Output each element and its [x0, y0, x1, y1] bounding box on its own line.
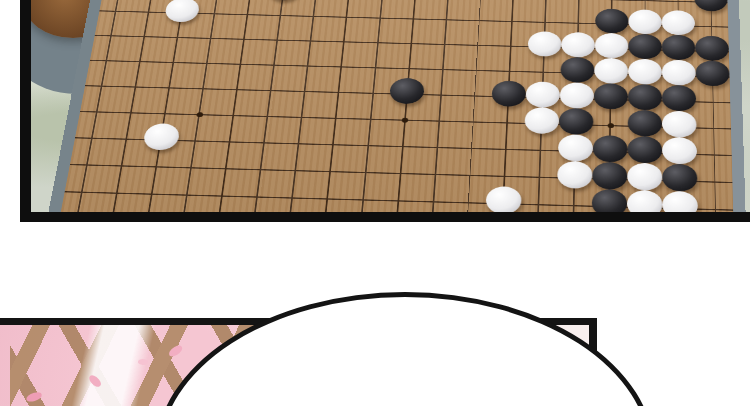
- stone-black: [695, 60, 729, 86]
- stone-black: [662, 164, 697, 192]
- stone-black: [694, 0, 727, 12]
- stone-white: [557, 161, 593, 189]
- comic-page: { "game": "go", "scene": { "type": "comi…: [0, 0, 750, 406]
- stone-white: [627, 163, 662, 191]
- stone-white: [627, 190, 662, 219]
- stone-black: [593, 135, 628, 163]
- stone-white: [164, 0, 201, 23]
- stone-black: [628, 110, 663, 137]
- star-point: [196, 112, 203, 117]
- stone-black: [592, 189, 628, 218]
- stone-white: [662, 191, 698, 220]
- stone-black: [491, 80, 526, 107]
- star-point: [607, 123, 613, 128]
- stone-black: [627, 136, 662, 164]
- stone-white: [628, 9, 661, 34]
- stone-white: [485, 186, 522, 215]
- stone-black: [266, 0, 302, 1]
- stone-white: [628, 59, 662, 85]
- stone-black: [595, 8, 628, 33]
- stone-white: [662, 111, 697, 138]
- stone-black: [559, 108, 594, 135]
- speech-bubble: [155, 292, 655, 406]
- stone-white: [662, 137, 697, 165]
- stone-white: [142, 123, 181, 150]
- stone-white: [561, 32, 595, 58]
- stone-black: [389, 78, 425, 105]
- board-grid: [28, 0, 738, 222]
- stone-white: [525, 81, 560, 108]
- stone-white: [524, 107, 559, 134]
- stone-black: [628, 34, 662, 60]
- stone-black: [662, 85, 696, 112]
- stone-white: [527, 31, 561, 57]
- stone-black: [662, 35, 696, 61]
- stone-black: [695, 35, 729, 61]
- stone-white: [594, 58, 628, 84]
- stone-black: [560, 57, 594, 83]
- stone-white: [559, 82, 594, 109]
- stone-white: [662, 59, 696, 85]
- go-board: [28, 0, 738, 222]
- stone-black: [594, 83, 628, 110]
- stone-white: [595, 33, 629, 59]
- go-board-panel: [20, 0, 750, 222]
- star-point: [401, 117, 408, 122]
- stone-black: [628, 84, 662, 111]
- stone-white: [662, 10, 695, 35]
- stone-white: [558, 134, 593, 162]
- stone-black: [592, 162, 627, 190]
